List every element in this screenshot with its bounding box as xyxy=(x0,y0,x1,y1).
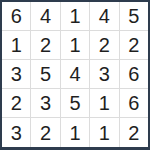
cell-digit: 2 xyxy=(99,35,110,55)
cell-digit: 3 xyxy=(99,64,110,84)
cell-digit: 3 xyxy=(11,64,22,84)
cell-digit: 6 xyxy=(128,64,139,84)
cell-digit: 5 xyxy=(69,93,80,113)
cell-digit: 6 xyxy=(128,93,139,113)
grid-cell[interactable]: 2 xyxy=(31,118,59,147)
cell-digit: 2 xyxy=(128,35,139,55)
cell-digit: 2 xyxy=(128,123,139,143)
grid-cell[interactable]: 5 xyxy=(120,2,148,30)
grid-cell[interactable]: 1 xyxy=(61,31,89,59)
grid-cell[interactable]: 1 xyxy=(61,118,89,147)
grid-cell[interactable]: 1 xyxy=(61,2,89,30)
grid-cell[interactable]: 1 xyxy=(90,118,118,147)
cell-digit: 6 xyxy=(11,6,22,26)
grid-cell[interactable]: 6 xyxy=(2,2,30,30)
grid-cell[interactable]: 1 xyxy=(2,31,30,59)
grid-cell[interactable]: 6 xyxy=(120,89,148,117)
grid-cell[interactable]: 3 xyxy=(31,89,59,117)
grid-cell[interactable]: 5 xyxy=(61,89,89,117)
cell-digit: 1 xyxy=(11,35,22,55)
cell-digit: 5 xyxy=(40,64,51,84)
grid-cell[interactable]: 1 xyxy=(90,89,118,117)
grid-cell[interactable]: 3 xyxy=(2,118,30,147)
cell-digit: 4 xyxy=(99,6,110,26)
cell-digit: 1 xyxy=(99,123,110,143)
cell-digit: 1 xyxy=(99,93,110,113)
cell-digit: 3 xyxy=(11,123,22,143)
grid-cell[interactable]: 2 xyxy=(2,89,30,117)
cell-digit: 4 xyxy=(69,64,80,84)
cell-digit: 1 xyxy=(69,35,80,55)
grid-cell[interactable]: 2 xyxy=(90,31,118,59)
cell-digit: 2 xyxy=(40,35,51,55)
grid-cell[interactable]: 4 xyxy=(31,2,59,30)
cell-digit: 1 xyxy=(69,6,80,26)
grid-cell[interactable]: 4 xyxy=(61,60,89,88)
cell-digit: 4 xyxy=(40,6,51,26)
grid-cell[interactable]: 4 xyxy=(90,2,118,30)
cell-digit: 1 xyxy=(69,123,80,143)
grid-cell[interactable]: 3 xyxy=(2,60,30,88)
puzzle-board: 6414512122354362351632112 xyxy=(0,0,150,150)
grid-cell[interactable]: 2 xyxy=(31,31,59,59)
cell-digit: 2 xyxy=(40,123,51,143)
cell-digit: 3 xyxy=(40,93,51,113)
grid-cell[interactable]: 5 xyxy=(31,60,59,88)
grid-cell[interactable]: 2 xyxy=(120,118,148,147)
cell-digit: 2 xyxy=(11,93,22,113)
grid-cell[interactable]: 3 xyxy=(90,60,118,88)
cell-digit: 5 xyxy=(128,6,139,26)
grid-cell[interactable]: 6 xyxy=(120,60,148,88)
grid-cell[interactable]: 2 xyxy=(120,31,148,59)
